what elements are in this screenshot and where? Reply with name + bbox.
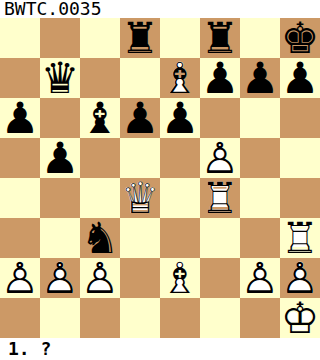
square-d8[interactable]: ♜ bbox=[120, 18, 160, 58]
square-g2[interactable]: ♟♙ bbox=[240, 258, 280, 298]
chess-board: ♜♜♚♛♝♗♟♟♟♟♝♟♟♟♟♙♛♕♜♖♞♜♖♟♙♟♙♟♙♝♗♟♙♟♙♚♔ bbox=[0, 18, 320, 338]
white-bishop-fill: ♝ bbox=[160, 58, 200, 98]
square-g3[interactable] bbox=[240, 218, 280, 258]
white-pawn-fill: ♟ bbox=[280, 258, 320, 298]
square-h6[interactable] bbox=[280, 98, 320, 138]
black-rook: ♜ bbox=[200, 18, 240, 58]
square-c4[interactable] bbox=[80, 178, 120, 218]
square-d5[interactable] bbox=[120, 138, 160, 178]
square-a6[interactable]: ♟ bbox=[0, 98, 40, 138]
square-f6[interactable] bbox=[200, 98, 240, 138]
white-pawn-fill: ♟ bbox=[240, 258, 280, 298]
black-pawn: ♟ bbox=[0, 98, 40, 138]
white-pawn: ♙ bbox=[200, 138, 240, 178]
square-a1[interactable] bbox=[0, 298, 40, 338]
square-e3[interactable] bbox=[160, 218, 200, 258]
square-e6[interactable]: ♟ bbox=[160, 98, 200, 138]
square-d3[interactable] bbox=[120, 218, 160, 258]
square-h4[interactable] bbox=[280, 178, 320, 218]
square-e2[interactable]: ♝♗ bbox=[160, 258, 200, 298]
square-c8[interactable] bbox=[80, 18, 120, 58]
square-f8[interactable]: ♜ bbox=[200, 18, 240, 58]
white-bishop-fill: ♝ bbox=[160, 258, 200, 298]
square-f4[interactable]: ♜♖ bbox=[200, 178, 240, 218]
square-a3[interactable] bbox=[0, 218, 40, 258]
white-pawn-fill: ♟ bbox=[40, 258, 80, 298]
puzzle-id: BWTC.0035 bbox=[0, 0, 320, 18]
square-h3[interactable]: ♜♖ bbox=[280, 218, 320, 258]
white-king-fill: ♚ bbox=[280, 298, 320, 338]
white-pawn-fill: ♟ bbox=[200, 138, 240, 178]
square-e7[interactable]: ♝♗ bbox=[160, 58, 200, 98]
square-a5[interactable] bbox=[0, 138, 40, 178]
square-f3[interactable] bbox=[200, 218, 240, 258]
white-rook: ♖ bbox=[280, 218, 320, 258]
square-b4[interactable] bbox=[40, 178, 80, 218]
white-king: ♔ bbox=[280, 298, 320, 338]
square-c6[interactable]: ♝ bbox=[80, 98, 120, 138]
square-g6[interactable] bbox=[240, 98, 280, 138]
white-pawn: ♙ bbox=[80, 258, 120, 298]
square-g7[interactable]: ♟ bbox=[240, 58, 280, 98]
square-d1[interactable] bbox=[120, 298, 160, 338]
square-c2[interactable]: ♟♙ bbox=[80, 258, 120, 298]
square-a2[interactable]: ♟♙ bbox=[0, 258, 40, 298]
square-c5[interactable] bbox=[80, 138, 120, 178]
square-b7[interactable]: ♛ bbox=[40, 58, 80, 98]
square-e4[interactable] bbox=[160, 178, 200, 218]
black-knight: ♞ bbox=[80, 218, 120, 258]
square-a7[interactable] bbox=[0, 58, 40, 98]
white-rook-fill: ♜ bbox=[200, 178, 240, 218]
square-b1[interactable] bbox=[40, 298, 80, 338]
square-b3[interactable] bbox=[40, 218, 80, 258]
square-b2[interactable]: ♟♙ bbox=[40, 258, 80, 298]
square-e1[interactable] bbox=[160, 298, 200, 338]
black-queen: ♛ bbox=[40, 58, 80, 98]
square-a8[interactable] bbox=[0, 18, 40, 58]
square-f7[interactable]: ♟ bbox=[200, 58, 240, 98]
black-pawn: ♟ bbox=[120, 98, 160, 138]
white-queen-fill: ♛ bbox=[120, 178, 160, 218]
square-h2[interactable]: ♟♙ bbox=[280, 258, 320, 298]
square-d6[interactable]: ♟ bbox=[120, 98, 160, 138]
square-g4[interactable] bbox=[240, 178, 280, 218]
white-pawn: ♙ bbox=[280, 258, 320, 298]
square-e8[interactable] bbox=[160, 18, 200, 58]
square-h8[interactable]: ♚ bbox=[280, 18, 320, 58]
white-queen: ♕ bbox=[120, 178, 160, 218]
square-c7[interactable] bbox=[80, 58, 120, 98]
white-bishop: ♗ bbox=[160, 58, 200, 98]
square-c3[interactable]: ♞ bbox=[80, 218, 120, 258]
black-bishop: ♝ bbox=[80, 98, 120, 138]
square-f5[interactable]: ♟♙ bbox=[200, 138, 240, 178]
white-pawn: ♙ bbox=[40, 258, 80, 298]
square-g5[interactable] bbox=[240, 138, 280, 178]
square-f2[interactable] bbox=[200, 258, 240, 298]
black-pawn: ♟ bbox=[280, 58, 320, 98]
square-b8[interactable] bbox=[40, 18, 80, 58]
white-pawn: ♙ bbox=[0, 258, 40, 298]
black-pawn: ♟ bbox=[240, 58, 280, 98]
move-prompt: 1. ? bbox=[0, 338, 320, 360]
black-rook: ♜ bbox=[120, 18, 160, 58]
square-b6[interactable] bbox=[40, 98, 80, 138]
square-c1[interactable] bbox=[80, 298, 120, 338]
square-a4[interactable] bbox=[0, 178, 40, 218]
square-d4[interactable]: ♛♕ bbox=[120, 178, 160, 218]
white-pawn-fill: ♟ bbox=[80, 258, 120, 298]
square-h5[interactable] bbox=[280, 138, 320, 178]
square-g1[interactable] bbox=[240, 298, 280, 338]
square-h1[interactable]: ♚♔ bbox=[280, 298, 320, 338]
square-b5[interactable]: ♟ bbox=[40, 138, 80, 178]
square-h7[interactable]: ♟ bbox=[280, 58, 320, 98]
black-pawn: ♟ bbox=[40, 138, 80, 178]
square-e5[interactable] bbox=[160, 138, 200, 178]
black-pawn: ♟ bbox=[200, 58, 240, 98]
white-pawn-fill: ♟ bbox=[0, 258, 40, 298]
square-d7[interactable] bbox=[120, 58, 160, 98]
white-rook-fill: ♜ bbox=[280, 218, 320, 258]
black-pawn: ♟ bbox=[160, 98, 200, 138]
white-pawn: ♙ bbox=[240, 258, 280, 298]
white-bishop: ♗ bbox=[160, 258, 200, 298]
square-g8[interactable] bbox=[240, 18, 280, 58]
black-king: ♚ bbox=[280, 18, 320, 58]
white-rook: ♖ bbox=[200, 178, 240, 218]
square-f1[interactable] bbox=[200, 298, 240, 338]
square-d2[interactable] bbox=[120, 258, 160, 298]
